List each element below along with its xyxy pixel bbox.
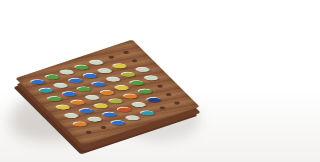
empty-hole[interactable]: ● <box>156 84 165 89</box>
empty-hole[interactable]: ● <box>130 58 139 63</box>
marble-Y[interactable]: ● <box>56 104 71 110</box>
marble-G[interactable]: ● <box>138 88 153 94</box>
marble-B[interactable]: ● <box>83 73 98 79</box>
empty-hole[interactable]: ● <box>99 125 108 130</box>
marble-C[interactable]: ● <box>85 95 100 101</box>
marble-C[interactable]: ● <box>144 75 159 81</box>
marble-Y[interactable]: ● <box>94 103 109 109</box>
empty-hole[interactable]: ● <box>158 105 167 110</box>
photo-backdrop: ●●●●●●●●●●●●●●●●●●●●●●●●●●●●●●●●●●●●●●●●… <box>0 0 220 162</box>
marble-C[interactable]: ● <box>54 83 69 89</box>
marble-B[interactable]: ● <box>68 78 83 84</box>
empty-hole[interactable]: ● <box>164 92 173 97</box>
empty-hole[interactable]: ● <box>122 50 131 55</box>
marble-R[interactable]: ● <box>117 107 132 113</box>
marble-B[interactable]: ● <box>102 111 117 117</box>
marble-C[interactable]: ● <box>136 67 151 73</box>
marble-T[interactable]: ● <box>140 110 155 116</box>
marble-Y[interactable]: ● <box>115 85 130 91</box>
marble-Y[interactable]: ● <box>113 63 128 69</box>
marble-C[interactable]: ● <box>60 69 75 75</box>
marble-C[interactable]: ● <box>98 68 113 74</box>
marble-G[interactable]: ● <box>45 74 60 80</box>
empty-hole[interactable]: ● <box>84 130 93 135</box>
marble-B[interactable]: ● <box>62 91 77 97</box>
empty-hole[interactable]: ● <box>173 101 182 106</box>
marble-G[interactable]: ● <box>130 80 145 86</box>
marble-C[interactable]: ● <box>126 115 141 121</box>
marble-C[interactable]: ● <box>132 102 147 108</box>
marble-O[interactable]: ● <box>71 99 86 105</box>
marble-C[interactable]: ● <box>64 113 79 119</box>
marble-O[interactable]: ● <box>123 93 138 99</box>
marble-B[interactable]: ● <box>30 79 45 85</box>
marble-B[interactable]: ● <box>92 81 107 87</box>
marble-L[interactable]: ● <box>109 98 124 104</box>
marble-B[interactable]: ● <box>111 120 126 126</box>
empty-hole[interactable]: ● <box>107 55 116 60</box>
marble-C[interactable]: ● <box>89 59 104 65</box>
marble-O[interactable]: ● <box>100 90 115 96</box>
marble-G[interactable]: ● <box>77 86 92 92</box>
marble-L[interactable]: ● <box>121 72 136 78</box>
marble-T[interactable]: ● <box>39 87 54 93</box>
marble-C[interactable]: ● <box>88 116 103 122</box>
marble-N[interactable]: ● <box>147 97 162 103</box>
marble-B[interactable]: ● <box>79 108 94 114</box>
marble-O[interactable]: ● <box>73 121 88 127</box>
marble-C[interactable]: ● <box>106 76 121 82</box>
marble-G[interactable]: ● <box>75 64 90 70</box>
marble-G[interactable]: ● <box>47 96 62 102</box>
